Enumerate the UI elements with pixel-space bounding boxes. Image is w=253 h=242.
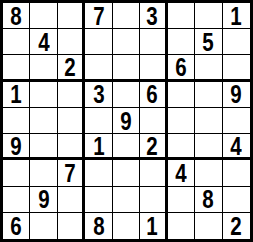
cell-r9c4[interactable]: 8 [85,213,112,239]
cell-r2c3[interactable] [58,29,85,55]
cell-r2c9[interactable] [223,29,250,55]
cell-r5c6[interactable] [140,108,167,134]
cell-r6c9[interactable]: 4 [223,134,250,160]
cell-r6c4[interactable]: 1 [85,134,112,160]
cell-r5c9[interactable] [223,108,250,134]
cell-r1c7[interactable] [168,3,195,29]
cell-r7c4[interactable] [85,160,112,186]
cell-r4c5[interactable] [113,82,140,108]
cell-r3c8[interactable] [195,55,222,81]
given-digit: 9 [231,82,242,108]
cell-r7c3[interactable]: 7 [58,160,85,186]
given-digit: 9 [120,108,131,134]
cell-r8c7[interactable] [168,187,195,213]
given-digit: 4 [175,160,186,186]
cell-r2c6[interactable] [140,29,167,55]
cell-r2c1[interactable] [3,29,30,55]
cell-r8c4[interactable] [85,187,112,213]
cell-r5c8[interactable] [195,108,222,134]
cell-r1c6[interactable]: 3 [140,3,167,29]
cell-r1c2[interactable] [30,3,57,29]
cell-r4c6[interactable]: 6 [140,82,167,108]
cell-r5c2[interactable] [30,108,57,134]
cell-r8c3[interactable] [58,187,85,213]
given-digit: 8 [11,3,22,29]
cell-r8c1[interactable] [3,187,30,213]
cell-r8c2[interactable]: 9 [30,187,57,213]
cell-r3c6[interactable] [140,55,167,81]
cell-r5c7[interactable] [168,108,195,134]
cell-r1c8[interactable] [195,3,222,29]
cell-r1c9[interactable]: 1 [223,3,250,29]
cell-r9c8[interactable] [195,213,222,239]
cell-r4c7[interactable] [168,82,195,108]
cell-r3c5[interactable] [113,55,140,81]
cell-r1c1[interactable]: 8 [3,3,30,29]
cell-r3c7[interactable]: 6 [168,55,195,81]
given-digit: 8 [203,187,214,213]
given-digit: 2 [147,134,158,159]
cell-r4c4[interactable]: 3 [85,82,112,108]
cell-r2c7[interactable] [168,29,195,55]
cell-r2c4[interactable] [85,29,112,55]
cell-r9c7[interactable] [168,213,195,239]
cell-r8c5[interactable] [113,187,140,213]
given-digit: 9 [38,187,49,213]
given-digit: 1 [147,213,158,239]
given-digit: 7 [64,160,75,186]
given-digit: 4 [231,134,242,159]
given-digit: 5 [203,29,214,55]
cell-r3c1[interactable] [3,55,30,81]
given-digit: 1 [231,3,242,29]
cell-r8c8[interactable]: 8 [195,187,222,213]
given-digit: 1 [11,82,22,108]
cell-r7c6[interactable] [140,160,167,186]
cell-r4c2[interactable] [30,82,57,108]
given-digit: 7 [93,3,104,29]
cell-r7c9[interactable] [223,160,250,186]
given-digit: 6 [175,55,186,80]
cell-r2c5[interactable] [113,29,140,55]
cell-r4c3[interactable] [58,82,85,108]
cell-r7c7[interactable]: 4 [168,160,195,186]
cell-r6c2[interactable] [30,134,57,160]
cell-r1c4[interactable]: 7 [85,3,112,29]
given-digit: 8 [93,213,104,239]
cell-r4c8[interactable] [195,82,222,108]
cell-r5c1[interactable] [3,108,30,134]
cell-r1c3[interactable] [58,3,85,29]
cell-r3c2[interactable] [30,55,57,81]
given-digit: 3 [93,82,104,108]
cell-r9c2[interactable] [30,213,57,239]
cell-r8c9[interactable] [223,187,250,213]
cell-r6c1[interactable]: 9 [3,134,30,160]
cell-r4c9[interactable]: 9 [223,82,250,108]
cell-r5c5[interactable]: 9 [113,108,140,134]
cell-r1c5[interactable] [113,3,140,29]
cell-r7c5[interactable] [113,160,140,186]
cell-r7c1[interactable] [3,160,30,186]
given-digit: 9 [11,134,22,159]
cell-r9c6[interactable]: 1 [140,213,167,239]
cell-r7c2[interactable] [30,160,57,186]
sudoku-board: 8731452613699912474986812 [0,0,253,242]
cell-r3c3[interactable]: 2 [58,55,85,81]
cell-r4c1[interactable]: 1 [3,82,30,108]
given-digit: 6 [11,213,22,239]
given-digit: 2 [64,55,75,80]
cell-r8c6[interactable] [140,187,167,213]
cell-r3c9[interactable] [223,55,250,81]
cell-r9c9[interactable]: 2 [223,213,250,239]
cell-r6c7[interactable] [168,134,195,160]
cell-r9c3[interactable] [58,213,85,239]
cell-r6c6[interactable]: 2 [140,134,167,160]
cell-r3c4[interactable] [85,55,112,81]
given-digit: 2 [231,213,242,239]
cell-r2c8[interactable]: 5 [195,29,222,55]
cell-r9c1[interactable]: 6 [3,213,30,239]
cell-r7c8[interactable] [195,160,222,186]
cell-r6c3[interactable] [58,134,85,160]
given-digit: 4 [38,29,49,55]
cell-r2c2[interactable]: 4 [30,29,57,55]
cell-r9c5[interactable] [113,213,140,239]
given-digit: 3 [147,3,158,29]
cell-r5c3[interactable] [58,108,85,134]
given-digit: 6 [147,82,158,108]
cell-r6c8[interactable] [195,134,222,160]
cell-r6c5[interactable] [113,134,140,160]
given-digit: 1 [93,134,104,159]
cell-r5c4[interactable] [85,108,112,134]
